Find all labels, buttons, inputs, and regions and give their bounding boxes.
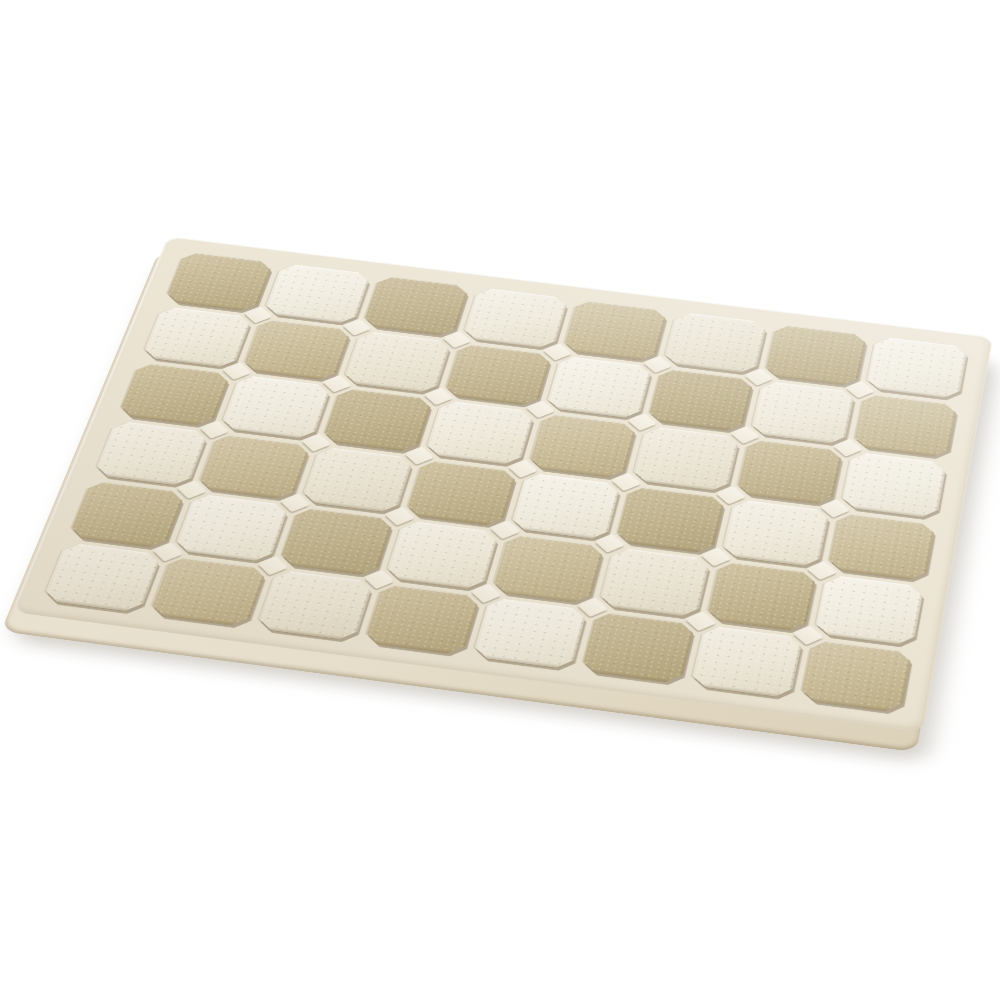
diamond-inlay [364,570,393,588]
diamond-inlay [543,344,571,360]
diamond-inlay [701,548,730,566]
diamond-inlay [526,401,554,418]
diamond-inlay [200,421,228,438]
diamond-inlay [595,535,624,553]
board-3d-wrapper [12,236,993,732]
diamond-inlay [834,440,863,457]
diamond-inlay [508,460,537,477]
diamond-inlay [244,307,271,323]
diamond-inlay [686,612,716,631]
diamond-inlay [385,508,414,526]
diamond-inlay [794,626,824,645]
diamond-inlay [281,494,310,512]
diamond-inlay [177,481,206,499]
diamond-inlay [716,487,745,504]
diamond-inlay [443,332,471,348]
diamond-inlay [302,434,330,451]
diamond-inlay [821,500,850,518]
diamond-inlay [258,557,287,575]
diamond-inlay [745,369,773,385]
diamond-inlay [846,381,874,398]
diamond-inlay [578,598,608,617]
diamond-inlay [612,473,641,490]
diamond-inlay [343,319,370,335]
diamond-inlay [222,363,250,379]
diamond-inlay [424,388,452,405]
diamond-inlay [471,584,500,602]
diamond-inlay [405,447,433,464]
diamond-inlay [153,543,182,561]
diamond-inlay [323,376,351,393]
product-photo [0,0,1000,1000]
diamond-inlay [644,356,672,372]
diamond-inlay [808,562,837,580]
diamond-inlay [490,521,519,539]
diamond-inlay [628,414,656,431]
diamond-inlay [731,427,759,444]
